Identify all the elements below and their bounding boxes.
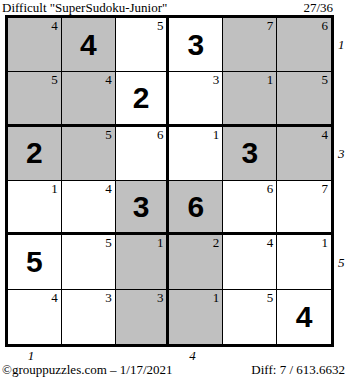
cell-r2c3[interactable]: 2 — [116, 72, 170, 126]
corner-clue: 5 — [105, 236, 112, 250]
cell-r1c6[interactable]: 6 — [277, 18, 331, 72]
cell-r3c5[interactable]: 3 — [223, 127, 277, 181]
cell-r5c6[interactable]: 1 — [277, 235, 331, 289]
corner-clue: 4 — [105, 73, 112, 87]
cell-r6c1[interactable]: 4 — [8, 290, 62, 344]
copyright-text: ©grouppuzzles.com – 1/17/2021 — [2, 362, 173, 378]
cell-r2c4[interactable]: 3 — [169, 72, 223, 126]
corner-clue: 6 — [267, 182, 274, 196]
corner-clue: 4 — [267, 236, 274, 250]
cell-r4c1[interactable]: 1 — [8, 181, 62, 235]
corner-clue: 1 — [51, 182, 58, 196]
corner-clue: 5 — [321, 73, 328, 87]
big-digit: 3 — [188, 30, 205, 60]
corner-clue: 7 — [267, 19, 274, 33]
big-digit: 4 — [296, 302, 313, 332]
corner-clue: 5 — [157, 19, 164, 33]
col-label-1: 1 — [28, 348, 35, 364]
big-digit: 2 — [26, 138, 43, 168]
corner-clue: 4 — [51, 19, 58, 33]
big-digit: 3 — [133, 192, 150, 222]
corner-clue: 5 — [105, 128, 112, 142]
corner-clue: 3 — [213, 73, 220, 87]
corner-clue: 6 — [321, 19, 328, 33]
cell-r3c4[interactable]: 1 — [169, 127, 223, 181]
cell-r1c1[interactable]: 4 — [8, 18, 62, 72]
corner-clue: 2 — [213, 236, 220, 250]
row-label-1: 1 — [338, 37, 345, 53]
cell-r3c2[interactable]: 5 — [62, 127, 116, 181]
cell-r4c6[interactable]: 7 — [277, 181, 331, 235]
big-digit: 5 — [26, 247, 43, 277]
cell-r5c4[interactable]: 2 — [169, 235, 223, 289]
corner-clue: 1 — [213, 128, 220, 142]
corner-clue: 1 — [267, 73, 274, 87]
corner-clue: 1 — [213, 291, 220, 305]
cell-r6c2[interactable]: 3 — [62, 290, 116, 344]
cell-r1c3[interactable]: 5 — [116, 18, 170, 72]
row-label-5: 5 — [338, 255, 345, 271]
cell-r2c6[interactable]: 5 — [277, 72, 331, 126]
cell-r5c3[interactable]: 1 — [116, 235, 170, 289]
corner-clue: 4 — [51, 291, 58, 305]
cell-r6c3[interactable]: 3 — [116, 290, 170, 344]
col-label-4: 4 — [189, 348, 196, 364]
corner-clue: 3 — [105, 291, 112, 305]
cell-r1c5[interactable]: 7 — [223, 18, 277, 72]
cell-r3c1[interactable]: 2 — [8, 127, 62, 181]
cell-r3c6[interactable]: 4 — [277, 127, 331, 181]
cell-r6c5[interactable]: 5 — [223, 290, 277, 344]
corner-clue: 3 — [157, 291, 164, 305]
big-digit: 2 — [133, 83, 150, 113]
cell-r2c2[interactable]: 4 — [62, 72, 116, 126]
cell-r4c2[interactable]: 4 — [62, 181, 116, 235]
big-digit: 3 — [241, 138, 258, 168]
cell-r6c6[interactable]: 4 — [277, 290, 331, 344]
cell-r4c3[interactable]: 3 — [116, 181, 170, 235]
cell-r5c5[interactable]: 4 — [223, 235, 277, 289]
cell-r5c1[interactable]: 5 — [8, 235, 62, 289]
big-digit: 4 — [80, 30, 97, 60]
cell-r5c2[interactable]: 5 — [62, 235, 116, 289]
corner-clue: 4 — [105, 182, 112, 196]
difficulty-text: Diff: 7 / 613.6632 — [251, 362, 345, 378]
cell-r6c4[interactable]: 1 — [169, 290, 223, 344]
corner-clue: 1 — [321, 236, 328, 250]
cell-r4c5[interactable]: 6 — [223, 181, 277, 235]
cell-r1c2[interactable]: 4 — [62, 18, 116, 72]
cell-r4c4[interactable]: 6 — [169, 181, 223, 235]
corner-clue: 5 — [51, 73, 58, 87]
cell-r3c3[interactable]: 6 — [116, 127, 170, 181]
big-digit: 6 — [188, 192, 205, 222]
cell-r1c4[interactable]: 3 — [169, 18, 223, 72]
corner-clue: 5 — [267, 291, 274, 305]
corner-clue: 1 — [157, 236, 164, 250]
cell-r2c5[interactable]: 1 — [223, 72, 277, 126]
row-label-3: 3 — [338, 146, 345, 162]
corner-clue: 7 — [321, 182, 328, 196]
cell-counter: 27/36 — [0, 0, 333, 16]
cell-r2c1[interactable]: 5 — [8, 72, 62, 126]
corner-clue: 4 — [321, 128, 328, 142]
sudoku-board: 445376542315256134143667551241433154 — [5, 15, 334, 347]
corner-clue: 6 — [157, 128, 164, 142]
